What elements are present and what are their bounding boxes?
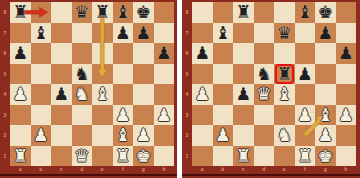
square-d2[interactable] [254, 125, 275, 146]
square-d4[interactable]: ♞ [72, 84, 93, 105]
square-d3[interactable] [254, 105, 275, 126]
square-d4[interactable]: ♛ [254, 84, 275, 105]
square-g1[interactable]: ♚ [133, 146, 154, 167]
square-a2[interactable] [10, 125, 31, 146]
square-h7[interactable] [154, 23, 175, 44]
square-b8[interactable] [213, 2, 234, 23]
piece-black-pawn-f7[interactable]: ♟ [115, 23, 131, 44]
rank-labels: 87654321 [0, 2, 10, 166]
square-c1[interactable] [51, 146, 72, 167]
file-label-e: e [274, 165, 295, 173]
square-d7[interactable] [72, 23, 93, 44]
square-b1[interactable] [31, 146, 52, 167]
piece-black-rook-a8[interactable]: ♜ [12, 2, 28, 23]
square-h7[interactable] [336, 23, 357, 44]
square-c7[interactable] [51, 23, 72, 44]
square-c7[interactable] [233, 23, 254, 44]
square-d5[interactable]: ♞ [254, 64, 275, 85]
file-label-f: f [295, 165, 316, 173]
square-a8[interactable] [192, 2, 213, 23]
square-e7[interactable]: ♛ [274, 23, 295, 44]
square-c2[interactable] [233, 125, 254, 146]
piece-black-bishop-f8[interactable]: ♝ [115, 2, 131, 23]
square-h8[interactable] [336, 2, 357, 23]
piece-white-knight-d4[interactable]: ♞ [74, 84, 90, 105]
square-e6[interactable] [274, 43, 295, 64]
file-label-e: e [92, 165, 113, 173]
rank-label-4: 4 [0, 84, 10, 105]
square-b8[interactable] [31, 2, 52, 23]
file-label-c: c [51, 165, 72, 173]
square-e8[interactable] [274, 2, 295, 23]
piece-white-king-g1[interactable]: ♚ [135, 146, 151, 167]
board-grid: ♜♝♚♝♛♟♟♟♞♜♟♟♟♛♝♟♝♟♟♞♟♜♜♚ [192, 2, 356, 166]
square-g4[interactable] [133, 84, 154, 105]
piece-black-pawn-c4[interactable]: ♟ [235, 84, 251, 105]
square-a7[interactable] [192, 23, 213, 44]
square-c4[interactable]: ♟ [233, 84, 254, 105]
square-d6[interactable] [72, 43, 93, 64]
rank-label-1: 1 [0, 146, 10, 167]
square-e5[interactable] [92, 64, 113, 85]
square-e4[interactable]: ♝ [92, 84, 113, 105]
piece-black-pawn-g7[interactable]: ♟ [317, 23, 333, 44]
square-c3[interactable] [233, 105, 254, 126]
board-border-line [0, 174, 177, 177]
square-e3[interactable] [92, 105, 113, 126]
square-a6[interactable]: ♟ [192, 43, 213, 64]
piece-black-bishop-f8[interactable]: ♝ [297, 2, 313, 23]
square-f1[interactable]: ♜ [113, 146, 134, 167]
file-label-a: a [192, 165, 213, 173]
piece-white-pawn-g2[interactable]: ♟ [135, 125, 151, 146]
square-c2[interactable] [51, 125, 72, 146]
square-a4[interactable]: ♟ [10, 84, 31, 105]
board-border-line [182, 174, 360, 177]
square-b3[interactable] [31, 105, 52, 126]
square-c4[interactable]: ♟ [51, 84, 72, 105]
square-a7[interactable] [10, 23, 31, 44]
square-f5[interactable] [113, 64, 134, 85]
square-d3[interactable] [72, 105, 93, 126]
square-h3[interactable]: ♟ [154, 105, 175, 126]
square-f8[interactable]: ♝ [295, 2, 316, 23]
square-c1[interactable]: ♜ [233, 146, 254, 167]
piece-black-bishop-b7[interactable]: ♝ [215, 23, 231, 44]
rank-label-7: 7 [182, 23, 192, 44]
piece-black-rook-c8[interactable]: ♜ [235, 2, 251, 23]
square-e4[interactable]: ♝ [274, 84, 295, 105]
square-e7[interactable] [92, 23, 113, 44]
square-h5[interactable] [336, 64, 357, 85]
square-h2[interactable] [154, 125, 175, 146]
square-g7[interactable]: ♟ [315, 23, 336, 44]
square-b7[interactable]: ♝ [213, 23, 234, 44]
piece-white-knight-e2[interactable]: ♞ [276, 125, 292, 146]
square-a1[interactable] [192, 146, 213, 167]
piece-white-bishop-e4[interactable]: ♝ [276, 84, 292, 105]
piece-white-pawn-h3[interactable]: ♟ [338, 105, 354, 126]
square-f6[interactable] [113, 43, 134, 64]
square-f8[interactable]: ♝ [113, 2, 134, 23]
rank-label-7: 7 [0, 23, 10, 44]
square-a3[interactable] [10, 105, 31, 126]
square-e1[interactable] [274, 146, 295, 167]
square-g5[interactable] [133, 64, 154, 85]
file-label-d: d [72, 165, 93, 173]
file-label-g: g [315, 165, 336, 173]
piece-black-pawn-h6[interactable]: ♟ [156, 43, 172, 64]
piece-black-pawn-c4[interactable]: ♟ [53, 84, 69, 105]
square-h4[interactable] [336, 84, 357, 105]
square-f2[interactable]: ♝ [113, 125, 134, 146]
square-g4[interactable] [315, 84, 336, 105]
square-b2[interactable]: ♟ [31, 125, 52, 146]
square-a3[interactable] [192, 105, 213, 126]
piece-white-rook-a1[interactable]: ♜ [12, 146, 28, 167]
piece-white-rook-f1[interactable]: ♜ [297, 146, 313, 167]
piece-white-pawn-f3[interactable]: ♟ [115, 105, 131, 126]
chess-diagrams: 87654321 ♜♛♜♝♚♝♟♟♟♟♞♟♟♞♝♟♟♟♝♟♜♛♜♚ abcdef… [0, 0, 360, 178]
file-label-g: g [133, 165, 154, 173]
rank-label-8: 8 [0, 2, 10, 23]
square-h4[interactable] [154, 84, 175, 105]
square-h6[interactable]: ♟ [336, 43, 357, 64]
piece-white-pawn-a4[interactable]: ♟ [12, 84, 28, 105]
square-e8[interactable]: ♜ [92, 2, 113, 23]
rank-label-8: 8 [182, 2, 192, 23]
square-b7[interactable]: ♝ [31, 23, 52, 44]
square-b5[interactable] [213, 64, 234, 85]
file-label-f: f [113, 165, 134, 173]
square-d2[interactable] [72, 125, 93, 146]
square-f5[interactable]: ♟ [295, 64, 316, 85]
square-c6[interactable] [51, 43, 72, 64]
square-h2[interactable] [336, 125, 357, 146]
square-h6[interactable]: ♟ [154, 43, 175, 64]
piece-black-pawn-a6[interactable]: ♟ [12, 43, 28, 64]
square-a1[interactable]: ♜ [10, 146, 31, 167]
square-e2[interactable]: ♞ [274, 125, 295, 146]
file-label-h: h [154, 165, 175, 173]
square-d8[interactable] [254, 2, 275, 23]
rank-label-5: 5 [0, 64, 10, 85]
square-g6[interactable] [133, 43, 154, 64]
square-e3[interactable] [274, 105, 295, 126]
file-label-b: b [213, 165, 234, 173]
square-a8[interactable]: ♜ [10, 2, 31, 23]
piece-black-king-g8[interactable]: ♚ [317, 2, 333, 23]
square-a4[interactable]: ♟ [192, 84, 213, 105]
file-label-d: d [254, 165, 275, 173]
square-b3[interactable] [213, 105, 234, 126]
square-h1[interactable] [154, 146, 175, 167]
square-e5[interactable]: ♜ [274, 64, 295, 85]
piece-white-queen-d4[interactable]: ♛ [256, 84, 272, 105]
square-f2[interactable] [295, 125, 316, 146]
square-e2[interactable] [92, 125, 113, 146]
piece-black-queen-d8[interactable]: ♛ [74, 2, 90, 23]
piece-black-bishop-b7[interactable]: ♝ [33, 23, 49, 44]
piece-white-pawn-b2[interactable]: ♟ [215, 125, 231, 146]
square-c5[interactable] [233, 64, 254, 85]
board-grid: ♜♛♜♝♚♝♟♟♟♟♞♟♟♞♝♟♟♟♝♟♜♛♜♚ [10, 2, 174, 166]
rank-labels: 87654321 [182, 2, 192, 166]
square-g2[interactable]: ♟ [315, 125, 336, 146]
square-f4[interactable] [113, 84, 134, 105]
square-a5[interactable] [10, 64, 31, 85]
file-label-c: c [233, 165, 254, 173]
piece-black-rook-e8[interactable]: ♜ [94, 2, 110, 23]
piece-black-rook-e5[interactable]: ♜ [276, 64, 292, 85]
square-b4[interactable] [213, 84, 234, 105]
square-c5[interactable] [51, 64, 72, 85]
piece-white-pawn-h3[interactable]: ♟ [156, 105, 172, 126]
square-a2[interactable] [192, 125, 213, 146]
square-g3[interactable] [133, 105, 154, 126]
piece-white-pawn-b2[interactable]: ♟ [33, 125, 49, 146]
square-g1[interactable]: ♚ [315, 146, 336, 167]
square-d1[interactable]: ♛ [72, 146, 93, 167]
square-e6[interactable] [92, 43, 113, 64]
square-g8[interactable]: ♚ [133, 2, 154, 23]
piece-white-bishop-e4[interactable]: ♝ [94, 84, 110, 105]
file-labels: abcdefgh [192, 165, 356, 173]
piece-black-knight-d5[interactable]: ♞ [256, 64, 272, 85]
board-left: 87654321 ♜♛♜♝♚♝♟♟♟♟♞♟♟♞♝♟♟♟♝♟♜♛♜♚ abcdef… [0, 0, 177, 178]
piece-black-pawn-a6[interactable]: ♟ [194, 43, 210, 64]
piece-black-queen-e7[interactable]: ♛ [276, 23, 292, 44]
piece-white-pawn-g2[interactable]: ♟ [317, 125, 333, 146]
rank-label-3: 3 [182, 105, 192, 126]
square-d6[interactable] [254, 43, 275, 64]
square-g5[interactable] [315, 64, 336, 85]
square-d5[interactable]: ♞ [72, 64, 93, 85]
piece-white-pawn-a4[interactable]: ♟ [194, 84, 210, 105]
square-g6[interactable] [315, 43, 336, 64]
piece-black-pawn-g7[interactable]: ♟ [135, 23, 151, 44]
square-b5[interactable] [31, 64, 52, 85]
file-label-b: b [31, 165, 52, 173]
rank-label-4: 4 [182, 84, 192, 105]
piece-white-king-g1[interactable]: ♚ [317, 146, 333, 167]
square-g2[interactable]: ♟ [133, 125, 154, 146]
piece-white-bishop-f2[interactable]: ♝ [115, 125, 131, 146]
square-f1[interactable]: ♜ [295, 146, 316, 167]
rank-label-3: 3 [0, 105, 10, 126]
piece-white-bishop-g3[interactable]: ♝ [317, 105, 333, 126]
square-a5[interactable] [192, 64, 213, 85]
file-labels: abcdefgh [10, 165, 174, 173]
piece-white-queen-d1[interactable]: ♛ [74, 146, 90, 167]
square-h1[interactable] [336, 146, 357, 167]
piece-black-knight-d5[interactable]: ♞ [74, 64, 90, 85]
piece-black-pawn-h6[interactable]: ♟ [338, 43, 354, 64]
piece-white-rook-f1[interactable]: ♜ [115, 146, 131, 167]
square-c6[interactable] [233, 43, 254, 64]
square-f7[interactable]: ♟ [113, 23, 134, 44]
square-g3[interactable]: ♝ [315, 105, 336, 126]
square-f4[interactable] [295, 84, 316, 105]
square-d8[interactable]: ♛ [72, 2, 93, 23]
rank-label-5: 5 [182, 64, 192, 85]
rank-label-2: 2 [182, 125, 192, 146]
square-g7[interactable]: ♟ [133, 23, 154, 44]
square-e1[interactable] [92, 146, 113, 167]
board-right: 87654321 ♜♝♚♝♛♟♟♟♞♜♟♟♟♛♝♟♝♟♟♞♟♜♜♚ abcdef… [182, 0, 360, 178]
square-f3[interactable]: ♟ [295, 105, 316, 126]
square-b2[interactable]: ♟ [213, 125, 234, 146]
rank-label-1: 1 [182, 146, 192, 167]
square-c8[interactable] [51, 2, 72, 23]
piece-white-pawn-f3[interactable]: ♟ [297, 105, 313, 126]
square-h3[interactable]: ♟ [336, 105, 357, 126]
piece-black-pawn-f5[interactable]: ♟ [297, 64, 313, 85]
file-label-h: h [336, 165, 357, 173]
square-h5[interactable] [154, 64, 175, 85]
square-c3[interactable] [51, 105, 72, 126]
piece-white-rook-c1[interactable]: ♜ [235, 146, 251, 167]
square-b4[interactable] [31, 84, 52, 105]
square-g8[interactable]: ♚ [315, 2, 336, 23]
square-a6[interactable]: ♟ [10, 43, 31, 64]
square-c8[interactable]: ♜ [233, 2, 254, 23]
square-f3[interactable]: ♟ [113, 105, 134, 126]
piece-black-king-g8[interactable]: ♚ [135, 2, 151, 23]
rank-label-6: 6 [182, 43, 192, 64]
square-b1[interactable] [213, 146, 234, 167]
square-b6[interactable] [213, 43, 234, 64]
square-d1[interactable] [254, 146, 275, 167]
square-b6[interactable] [31, 43, 52, 64]
rank-label-2: 2 [0, 125, 10, 146]
square-f7[interactable] [295, 23, 316, 44]
square-f6[interactable] [295, 43, 316, 64]
rank-label-6: 6 [0, 43, 10, 64]
square-h8[interactable] [154, 2, 175, 23]
square-d7[interactable] [254, 23, 275, 44]
file-label-a: a [10, 165, 31, 173]
